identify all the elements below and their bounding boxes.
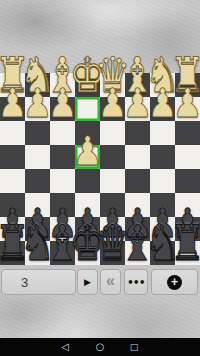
- square[interactable]: ♟: [50, 217, 75, 241]
- square[interactable]: ♟: [50, 97, 75, 121]
- square[interactable]: [175, 193, 200, 217]
- home-icon[interactable]: ○: [93, 338, 107, 356]
- square[interactable]: [25, 145, 50, 169]
- chess-app-screen: ♜♞♝♚♛♝♞♜♟♟♟♟♟♟♟♟♟♟♟♟♟♟♟♟♜♞♝♚♛♝♞♜ 3 ▶ « •…: [0, 0, 200, 356]
- square[interactable]: [100, 193, 125, 217]
- play-icon: ▶: [84, 277, 91, 287]
- square[interactable]: ♟: [100, 217, 125, 241]
- square[interactable]: ♟: [75, 145, 100, 169]
- square[interactable]: ♞: [150, 241, 175, 265]
- square[interactable]: [50, 193, 75, 217]
- square[interactable]: [50, 145, 75, 169]
- square[interactable]: [75, 121, 100, 145]
- square[interactable]: ♞: [150, 73, 175, 97]
- ellipsis-icon: •••: [127, 277, 145, 288]
- square[interactable]: [125, 193, 150, 217]
- square[interactable]: [25, 193, 50, 217]
- square[interactable]: ♞: [25, 241, 50, 265]
- back-icon[interactable]: ◁: [58, 338, 72, 356]
- square[interactable]: ♝: [50, 73, 75, 97]
- square[interactable]: ♟: [175, 97, 200, 121]
- square[interactable]: ♟: [125, 97, 150, 121]
- square[interactable]: [175, 145, 200, 169]
- square[interactable]: ♟: [25, 97, 50, 121]
- square[interactable]: ♜: [0, 241, 25, 265]
- square[interactable]: [75, 193, 100, 217]
- square[interactable]: ♟: [100, 97, 125, 121]
- square[interactable]: ♟: [150, 217, 175, 241]
- square[interactable]: ♞: [25, 73, 50, 97]
- square[interactable]: ♟: [0, 97, 25, 121]
- square[interactable]: [150, 193, 175, 217]
- square[interactable]: [125, 169, 150, 193]
- square[interactable]: [0, 121, 25, 145]
- recents-icon[interactable]: □: [127, 338, 141, 356]
- move-counter[interactable]: 3: [1, 269, 76, 295]
- rewind-icon: «: [106, 272, 115, 290]
- chess-board: ♜♞♝♚♛♝♞♜♟♟♟♟♟♟♟♟♟♟♟♟♟♟♟♟♜♞♝♚♛♝♞♜: [0, 73, 200, 265]
- square[interactable]: ♟: [150, 97, 175, 121]
- square[interactable]: [50, 169, 75, 193]
- square[interactable]: [0, 169, 25, 193]
- square[interactable]: ♛: [100, 73, 125, 97]
- square[interactable]: ♟: [75, 217, 100, 241]
- square[interactable]: ♝: [125, 73, 150, 97]
- more-button[interactable]: •••: [124, 269, 148, 295]
- square[interactable]: ♜: [0, 73, 25, 97]
- play-button[interactable]: ▶: [77, 269, 98, 295]
- square[interactable]: ♜: [175, 73, 200, 97]
- square[interactable]: [150, 145, 175, 169]
- square[interactable]: [0, 145, 25, 169]
- square[interactable]: ♟: [25, 217, 50, 241]
- square[interactable]: [100, 169, 125, 193]
- square[interactable]: ♝: [125, 241, 150, 265]
- square[interactable]: [75, 97, 100, 121]
- square[interactable]: ♚: [75, 73, 100, 97]
- android-nav-bar: ◁ ○ □: [0, 338, 200, 356]
- square[interactable]: [125, 145, 150, 169]
- square[interactable]: [150, 121, 175, 145]
- square[interactable]: [100, 121, 125, 145]
- white-rook-piece: ♜: [170, 50, 200, 99]
- square[interactable]: [100, 145, 125, 169]
- plus-circle-icon: +: [167, 275, 182, 290]
- rewind-button[interactable]: «: [100, 269, 121, 295]
- square[interactable]: [50, 121, 75, 145]
- square[interactable]: ♟: [125, 217, 150, 241]
- square[interactable]: ♟: [175, 217, 200, 241]
- square[interactable]: [0, 193, 25, 217]
- square[interactable]: ♟: [0, 217, 25, 241]
- square[interactable]: ♝: [50, 241, 75, 265]
- square[interactable]: ♚: [75, 241, 100, 265]
- square[interactable]: [125, 121, 150, 145]
- square[interactable]: [25, 121, 50, 145]
- add-button[interactable]: +: [151, 269, 198, 295]
- square[interactable]: [150, 169, 175, 193]
- square[interactable]: [175, 169, 200, 193]
- square[interactable]: [175, 121, 200, 145]
- square[interactable]: ♛: [100, 241, 125, 265]
- square[interactable]: ♜: [175, 241, 200, 265]
- square[interactable]: [25, 169, 50, 193]
- square[interactable]: [75, 169, 100, 193]
